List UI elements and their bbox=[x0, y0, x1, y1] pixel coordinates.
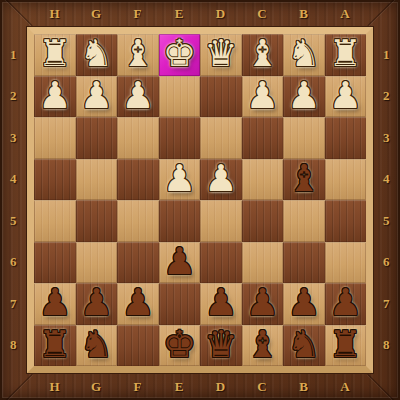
rank-label-1: 1 bbox=[0, 34, 27, 76]
square-f3[interactable] bbox=[117, 117, 159, 159]
board-bevel: ♜♞♝♚♛♝♞♜♟♟♟♟♟♟♟♟♝♟♟♟♟♟♟♟♟♜♞♚♛♝♞♜ bbox=[27, 27, 373, 373]
square-a3[interactable] bbox=[325, 117, 367, 159]
square-e5[interactable] bbox=[159, 200, 201, 242]
square-f5[interactable] bbox=[117, 200, 159, 242]
square-c5[interactable] bbox=[242, 200, 284, 242]
file-label-a: A bbox=[325, 0, 367, 27]
piece-black-pawn[interactable]: ♟ bbox=[246, 284, 279, 321]
square-d1[interactable]: ♛ bbox=[200, 34, 242, 76]
rank-label-8: 8 bbox=[373, 325, 400, 367]
rank-label-4: 4 bbox=[373, 159, 400, 201]
square-g8[interactable]: ♞ bbox=[76, 325, 118, 367]
piece-black-pawn[interactable]: ♟ bbox=[287, 284, 320, 321]
piece-black-rook[interactable]: ♜ bbox=[38, 326, 71, 363]
rank-label-7: 7 bbox=[0, 283, 27, 325]
piece-black-pawn[interactable]: ♟ bbox=[204, 284, 237, 321]
square-f6[interactable] bbox=[117, 242, 159, 284]
square-c4[interactable] bbox=[242, 159, 284, 201]
square-b7[interactable]: ♟ bbox=[283, 283, 325, 325]
rank-labels-right: 12345678 bbox=[373, 34, 400, 366]
piece-black-queen[interactable]: ♛ bbox=[204, 326, 237, 363]
square-a4[interactable] bbox=[325, 159, 367, 201]
square-d7[interactable]: ♟ bbox=[200, 283, 242, 325]
square-h3[interactable] bbox=[34, 117, 76, 159]
file-label-a: A bbox=[325, 373, 367, 400]
square-b6[interactable] bbox=[283, 242, 325, 284]
rank-label-6: 6 bbox=[0, 242, 27, 284]
square-c8[interactable]: ♝ bbox=[242, 325, 284, 367]
piece-black-king[interactable]: ♚ bbox=[163, 326, 196, 363]
square-b2[interactable]: ♟ bbox=[283, 76, 325, 118]
square-d3[interactable] bbox=[200, 117, 242, 159]
square-a2[interactable]: ♟ bbox=[325, 76, 367, 118]
file-label-b: B bbox=[283, 373, 325, 400]
piece-black-knight[interactable]: ♞ bbox=[287, 326, 320, 363]
rank-label-3: 3 bbox=[373, 117, 400, 159]
piece-black-pawn[interactable]: ♟ bbox=[329, 284, 362, 321]
rank-label-4: 4 bbox=[0, 159, 27, 201]
piece-white-pawn[interactable]: ♟ bbox=[163, 160, 196, 197]
square-a5[interactable] bbox=[325, 200, 367, 242]
rank-label-6: 6 bbox=[373, 242, 400, 284]
square-h6[interactable] bbox=[34, 242, 76, 284]
square-g6[interactable] bbox=[76, 242, 118, 284]
piece-white-bishop[interactable]: ♝ bbox=[121, 35, 154, 72]
square-d8[interactable]: ♛ bbox=[200, 325, 242, 367]
piece-black-bishop[interactable]: ♝ bbox=[246, 326, 279, 363]
frame-miter-seam bbox=[367, 0, 400, 26]
piece-white-pawn[interactable]: ♟ bbox=[38, 77, 71, 114]
square-c2[interactable]: ♟ bbox=[242, 76, 284, 118]
file-label-e: E bbox=[159, 373, 201, 400]
square-e1[interactable]: ♚ bbox=[159, 34, 201, 76]
piece-white-pawn[interactable]: ♟ bbox=[329, 77, 362, 114]
rank-label-3: 3 bbox=[0, 117, 27, 159]
rank-label-1: 1 bbox=[373, 34, 400, 76]
file-label-c: C bbox=[242, 373, 284, 400]
file-label-b: B bbox=[283, 0, 325, 27]
square-e4[interactable]: ♟ bbox=[159, 159, 201, 201]
square-d6[interactable] bbox=[200, 242, 242, 284]
square-g2[interactable]: ♟ bbox=[76, 76, 118, 118]
square-f2[interactable]: ♟ bbox=[117, 76, 159, 118]
square-b8[interactable]: ♞ bbox=[283, 325, 325, 367]
piece-white-bishop[interactable]: ♝ bbox=[246, 35, 279, 72]
square-e6[interactable]: ♟ bbox=[159, 242, 201, 284]
file-label-f: F bbox=[117, 373, 159, 400]
square-g1[interactable]: ♞ bbox=[76, 34, 118, 76]
square-h1[interactable]: ♜ bbox=[34, 34, 76, 76]
piece-white-knight[interactable]: ♞ bbox=[287, 35, 320, 72]
square-a6[interactable] bbox=[325, 242, 367, 284]
square-f1[interactable]: ♝ bbox=[117, 34, 159, 76]
file-label-g: G bbox=[76, 0, 118, 27]
square-a8[interactable]: ♜ bbox=[325, 325, 367, 367]
square-h4[interactable] bbox=[34, 159, 76, 201]
file-label-h: H bbox=[34, 373, 76, 400]
frame-miter-seam bbox=[0, 0, 33, 26]
square-b5[interactable] bbox=[283, 200, 325, 242]
file-labels-bottom: HGFEDCBA bbox=[34, 373, 366, 400]
square-d2[interactable] bbox=[200, 76, 242, 118]
file-label-f: F bbox=[117, 0, 159, 27]
square-e2[interactable] bbox=[159, 76, 201, 118]
piece-black-pawn[interactable]: ♟ bbox=[163, 243, 196, 280]
file-label-e: E bbox=[159, 0, 201, 27]
piece-white-queen[interactable]: ♛ bbox=[204, 35, 237, 72]
rank-label-5: 5 bbox=[373, 200, 400, 242]
piece-white-king[interactable]: ♚ bbox=[163, 35, 196, 72]
rank-labels-left: 12345678 bbox=[0, 34, 27, 366]
square-c6[interactable] bbox=[242, 242, 284, 284]
square-g5[interactable] bbox=[76, 200, 118, 242]
file-label-d: D bbox=[200, 0, 242, 27]
frame-miter-seam bbox=[0, 374, 33, 400]
square-h5[interactable] bbox=[34, 200, 76, 242]
square-c7[interactable]: ♟ bbox=[242, 283, 284, 325]
piece-white-knight[interactable]: ♞ bbox=[80, 35, 113, 72]
square-f4[interactable] bbox=[117, 159, 159, 201]
square-h7[interactable]: ♟ bbox=[34, 283, 76, 325]
square-g4[interactable] bbox=[76, 159, 118, 201]
rank-label-5: 5 bbox=[0, 200, 27, 242]
square-g7[interactable]: ♟ bbox=[76, 283, 118, 325]
square-g3[interactable] bbox=[76, 117, 118, 159]
square-d5[interactable] bbox=[200, 200, 242, 242]
square-e3[interactable] bbox=[159, 117, 201, 159]
rank-label-2: 2 bbox=[373, 76, 400, 118]
file-label-c: C bbox=[242, 0, 284, 27]
square-f8[interactable] bbox=[117, 325, 159, 367]
piece-white-pawn[interactable]: ♟ bbox=[287, 77, 320, 114]
square-b4[interactable]: ♝ bbox=[283, 159, 325, 201]
piece-white-pawn[interactable]: ♟ bbox=[246, 77, 279, 114]
rank-label-7: 7 bbox=[373, 283, 400, 325]
file-label-d: D bbox=[200, 373, 242, 400]
square-a1[interactable]: ♜ bbox=[325, 34, 367, 76]
piece-black-pawn[interactable]: ♟ bbox=[121, 284, 154, 321]
chess-board: HGFEDCBA HGFEDCBA 12345678 12345678 ♜♞♝♚… bbox=[0, 0, 400, 400]
square-a7[interactable]: ♟ bbox=[325, 283, 367, 325]
piece-black-pawn[interactable]: ♟ bbox=[38, 284, 71, 321]
file-labels-top: HGFEDCBA bbox=[34, 0, 366, 27]
square-c1[interactable]: ♝ bbox=[242, 34, 284, 76]
rank-label-2: 2 bbox=[0, 76, 27, 118]
piece-black-pawn[interactable]: ♟ bbox=[80, 284, 113, 321]
piece-black-knight[interactable]: ♞ bbox=[80, 326, 113, 363]
square-h2[interactable]: ♟ bbox=[34, 76, 76, 118]
piece-black-rook[interactable]: ♜ bbox=[329, 326, 362, 363]
square-f7[interactable]: ♟ bbox=[117, 283, 159, 325]
square-e7[interactable] bbox=[159, 283, 201, 325]
piece-white-rook[interactable]: ♜ bbox=[38, 35, 71, 72]
square-b3[interactable] bbox=[283, 117, 325, 159]
rank-label-8: 8 bbox=[0, 325, 27, 367]
file-label-g: G bbox=[76, 373, 118, 400]
frame-miter-seam bbox=[367, 374, 400, 400]
square-h8[interactable]: ♜ bbox=[34, 325, 76, 367]
board-grid: ♜♞♝♚♛♝♞♜♟♟♟♟♟♟♟♟♝♟♟♟♟♟♟♟♟♜♞♚♛♝♞♜ bbox=[34, 34, 366, 366]
piece-white-pawn[interactable]: ♟ bbox=[204, 160, 237, 197]
file-label-h: H bbox=[34, 0, 76, 27]
square-b1[interactable]: ♞ bbox=[283, 34, 325, 76]
piece-white-pawn[interactable]: ♟ bbox=[80, 77, 113, 114]
piece-white-rook[interactable]: ♜ bbox=[329, 35, 362, 72]
piece-white-pawn[interactable]: ♟ bbox=[121, 77, 154, 114]
square-c3[interactable] bbox=[242, 117, 284, 159]
square-d4[interactable]: ♟ bbox=[200, 159, 242, 201]
piece-black-bishop[interactable]: ♝ bbox=[287, 160, 320, 197]
square-e8[interactable]: ♚ bbox=[159, 325, 201, 367]
